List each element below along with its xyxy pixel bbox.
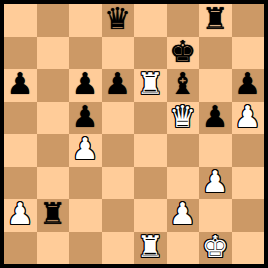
square-e7[interactable]	[134, 37, 167, 70]
square-c3[interactable]	[69, 167, 102, 200]
chess-board: ♛♜♚♟♟♟♜♝♟♟♛♟♟♟♟♟♜♟♜♚	[4, 4, 264, 264]
square-h6[interactable]: ♟	[232, 69, 265, 102]
piece-black-rook[interactable]: ♜	[39, 199, 66, 229]
square-g1[interactable]: ♚	[199, 232, 232, 265]
square-f8[interactable]	[167, 4, 200, 37]
square-a3[interactable]	[4, 167, 37, 200]
square-a1[interactable]	[4, 232, 37, 265]
square-b2[interactable]: ♜	[37, 199, 70, 232]
square-a6[interactable]: ♟	[4, 69, 37, 102]
piece-white-queen[interactable]: ♛	[169, 102, 196, 132]
square-b3[interactable]	[37, 167, 70, 200]
square-a2[interactable]: ♟	[4, 199, 37, 232]
piece-black-bishop[interactable]: ♝	[169, 69, 196, 99]
square-c6[interactable]: ♟	[69, 69, 102, 102]
square-d1[interactable]	[102, 232, 135, 265]
piece-black-pawn[interactable]: ♟	[104, 69, 131, 99]
square-d6[interactable]: ♟	[102, 69, 135, 102]
square-d4[interactable]	[102, 134, 135, 167]
square-h8[interactable]	[232, 4, 265, 37]
square-e8[interactable]	[134, 4, 167, 37]
square-f5[interactable]: ♛	[167, 102, 200, 135]
piece-white-rook[interactable]: ♜	[137, 69, 164, 99]
square-f1[interactable]	[167, 232, 200, 265]
square-a4[interactable]	[4, 134, 37, 167]
square-h1[interactable]	[232, 232, 265, 265]
piece-white-pawn[interactable]: ♟	[72, 134, 99, 164]
piece-white-pawn[interactable]: ♟	[7, 199, 34, 229]
square-d5[interactable]	[102, 102, 135, 135]
square-g7[interactable]	[199, 37, 232, 70]
piece-black-pawn[interactable]: ♟	[202, 102, 229, 132]
square-h2[interactable]	[232, 199, 265, 232]
square-e6[interactable]: ♜	[134, 69, 167, 102]
square-a8[interactable]	[4, 4, 37, 37]
square-b7[interactable]	[37, 37, 70, 70]
square-e3[interactable]	[134, 167, 167, 200]
square-b8[interactable]	[37, 4, 70, 37]
square-g2[interactable]	[199, 199, 232, 232]
piece-white-king[interactable]: ♚	[202, 232, 229, 262]
square-b6[interactable]	[37, 69, 70, 102]
square-e4[interactable]	[134, 134, 167, 167]
square-h5[interactable]: ♟	[232, 102, 265, 135]
square-e1[interactable]: ♜	[134, 232, 167, 265]
square-a7[interactable]	[4, 37, 37, 70]
square-g6[interactable]	[199, 69, 232, 102]
square-f2[interactable]: ♟	[167, 199, 200, 232]
square-c2[interactable]	[69, 199, 102, 232]
square-h7[interactable]	[232, 37, 265, 70]
square-d3[interactable]	[102, 167, 135, 200]
square-h3[interactable]	[232, 167, 265, 200]
square-f7[interactable]: ♚	[167, 37, 200, 70]
piece-black-pawn[interactable]: ♟	[72, 102, 99, 132]
square-d2[interactable]	[102, 199, 135, 232]
square-d7[interactable]	[102, 37, 135, 70]
square-f3[interactable]	[167, 167, 200, 200]
square-c4[interactable]: ♟	[69, 134, 102, 167]
square-g3[interactable]: ♟	[199, 167, 232, 200]
square-g4[interactable]	[199, 134, 232, 167]
square-a5[interactable]	[4, 102, 37, 135]
square-d8[interactable]: ♛	[102, 4, 135, 37]
piece-white-pawn[interactable]: ♟	[169, 199, 196, 229]
piece-black-rook[interactable]: ♜	[202, 4, 229, 34]
chess-board-frame: ♛♜♚♟♟♟♜♝♟♟♛♟♟♟♟♟♜♟♜♚	[0, 0, 268, 268]
piece-black-pawn[interactable]: ♟	[234, 69, 261, 99]
square-c5[interactable]: ♟	[69, 102, 102, 135]
square-g5[interactable]: ♟	[199, 102, 232, 135]
square-f6[interactable]: ♝	[167, 69, 200, 102]
square-g8[interactable]: ♜	[199, 4, 232, 37]
square-b5[interactable]	[37, 102, 70, 135]
piece-black-king[interactable]: ♚	[169, 37, 196, 67]
piece-white-pawn[interactable]: ♟	[234, 102, 261, 132]
square-e2[interactable]	[134, 199, 167, 232]
square-c8[interactable]	[69, 4, 102, 37]
square-f4[interactable]	[167, 134, 200, 167]
piece-white-rook[interactable]: ♜	[137, 232, 164, 262]
piece-white-pawn[interactable]: ♟	[202, 167, 229, 197]
square-b1[interactable]	[37, 232, 70, 265]
piece-black-queen[interactable]: ♛	[104, 4, 131, 34]
square-e5[interactable]	[134, 102, 167, 135]
square-h4[interactable]	[232, 134, 265, 167]
square-c1[interactable]	[69, 232, 102, 265]
piece-black-pawn[interactable]: ♟	[72, 69, 99, 99]
square-b4[interactable]	[37, 134, 70, 167]
piece-black-pawn[interactable]: ♟	[7, 69, 34, 99]
square-c7[interactable]	[69, 37, 102, 70]
